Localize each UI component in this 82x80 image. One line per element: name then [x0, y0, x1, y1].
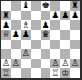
chess-diagram: ♝♚♜♜♟♟♟♟♗♟♕♟♟♛♙♙♙♙♙♙♖♖♔: [0, 0, 82, 80]
black-pawn-piece: ♟: [12, 30, 20, 39]
square-h6[interactable]: [70, 20, 80, 30]
square-g7[interactable]: ♟: [60, 11, 70, 21]
black-pawn-piece: ♟: [41, 20, 49, 29]
white-pawn-piece: ♙: [22, 49, 30, 58]
square-h8[interactable]: ♜: [70, 1, 80, 11]
square-f1[interactable]: ♖: [50, 68, 60, 78]
square-d2[interactable]: [31, 59, 41, 69]
square-c5[interactable]: ♟: [21, 30, 31, 40]
white-bishop-piece: ♗: [22, 20, 30, 29]
square-h2[interactable]: ♙: [70, 59, 80, 69]
square-h5[interactable]: [70, 30, 80, 40]
square-d3[interactable]: [31, 49, 41, 59]
square-c7[interactable]: [21, 11, 31, 21]
white-pawn-piece: ♙: [71, 59, 79, 68]
black-rook-piece: ♜: [2, 11, 10, 20]
square-d4[interactable]: [31, 40, 41, 50]
square-g1[interactable]: ♔: [60, 68, 70, 78]
black-pawn-piece: ♟: [51, 11, 59, 20]
black-queen-piece: ♛: [41, 30, 49, 39]
square-h1[interactable]: [70, 68, 80, 78]
square-g8[interactable]: [60, 1, 70, 11]
square-c3[interactable]: ♙: [21, 49, 31, 59]
square-a8[interactable]: [1, 1, 11, 11]
black-bishop-piece: ♝: [22, 1, 30, 10]
square-e7[interactable]: [41, 11, 51, 21]
square-a4[interactable]: [1, 40, 11, 50]
black-pawn-piece: ♟: [61, 11, 69, 20]
square-b8[interactable]: [11, 1, 21, 11]
square-e5[interactable]: ♛: [41, 30, 51, 40]
square-e3[interactable]: [41, 49, 51, 59]
square-b4[interactable]: [11, 40, 21, 50]
square-h7[interactable]: ♟: [70, 11, 80, 21]
square-b7[interactable]: [11, 11, 21, 21]
white-king-piece: ♔: [61, 68, 69, 77]
white-pawn-piece: ♙: [61, 59, 69, 68]
square-e2[interactable]: [41, 59, 51, 69]
square-b2[interactable]: ♙: [11, 59, 21, 69]
square-f8[interactable]: [50, 1, 60, 11]
square-a2[interactable]: ♙: [1, 59, 11, 69]
white-queen-piece: ♕: [2, 30, 10, 39]
square-d1[interactable]: [31, 68, 41, 78]
square-g6[interactable]: [60, 20, 70, 30]
black-pawn-piece: ♟: [22, 30, 30, 39]
square-a5[interactable]: ♕: [1, 30, 11, 40]
chess-board: ♝♚♜♜♟♟♟♟♗♟♕♟♟♛♙♙♙♙♙♙♖♖♔: [0, 0, 82, 80]
black-rook-piece: ♜: [71, 1, 79, 10]
square-d7[interactable]: [31, 11, 41, 21]
square-b3[interactable]: [11, 49, 21, 59]
white-rook-piece: ♖: [2, 68, 10, 77]
square-b6[interactable]: [11, 20, 21, 30]
white-rook-piece: ♖: [51, 68, 59, 77]
square-d6[interactable]: [31, 20, 41, 30]
white-pawn-piece: ♙: [2, 59, 10, 68]
square-h4[interactable]: [70, 40, 80, 50]
square-f4[interactable]: [50, 40, 60, 50]
white-pawn-piece: ♙: [51, 59, 59, 68]
square-e1[interactable]: [41, 68, 51, 78]
black-pawn-piece: ♟: [71, 11, 79, 20]
square-d8[interactable]: [31, 1, 41, 11]
square-e8[interactable]: ♚: [41, 1, 51, 11]
black-king-piece: ♚: [41, 1, 49, 10]
square-e4[interactable]: [41, 40, 51, 50]
square-a3[interactable]: [1, 49, 11, 59]
square-f3[interactable]: [50, 49, 60, 59]
square-c6[interactable]: ♗: [21, 20, 31, 30]
black-pawn-piece: ♟: [2, 20, 10, 29]
square-a7[interactable]: ♜: [1, 11, 11, 21]
square-g5[interactable]: [60, 30, 70, 40]
square-h3[interactable]: [70, 49, 80, 59]
square-f2[interactable]: ♙: [50, 59, 60, 69]
square-a1[interactable]: ♖: [1, 68, 11, 78]
square-g2[interactable]: ♙: [60, 59, 70, 69]
square-c2[interactable]: [21, 59, 31, 69]
square-c4[interactable]: [21, 40, 31, 50]
square-f6[interactable]: [50, 20, 60, 30]
square-g3[interactable]: [60, 49, 70, 59]
square-b5[interactable]: ♟: [11, 30, 21, 40]
square-e6[interactable]: ♟: [41, 20, 51, 30]
square-f7[interactable]: ♟: [50, 11, 60, 21]
square-a6[interactable]: ♟: [1, 20, 11, 30]
white-pawn-piece: ♙: [12, 59, 20, 68]
square-f5[interactable]: [50, 30, 60, 40]
square-b1[interactable]: [11, 68, 21, 78]
square-g4[interactable]: [60, 40, 70, 50]
square-c1[interactable]: [21, 68, 31, 78]
square-c8[interactable]: ♝: [21, 1, 31, 11]
square-d5[interactable]: [31, 30, 41, 40]
